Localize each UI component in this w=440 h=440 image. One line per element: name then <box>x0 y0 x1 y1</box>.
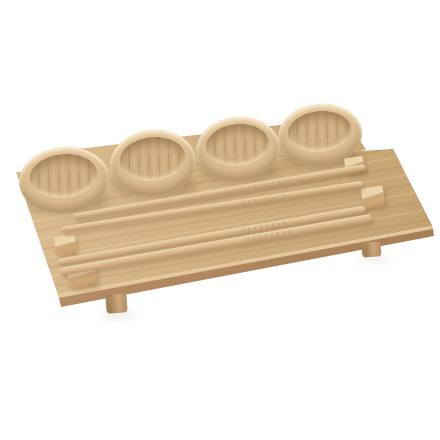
chopstick-rest-front-right <box>361 186 386 209</box>
product-photo <box>0 0 440 440</box>
dish-well <box>204 121 272 170</box>
dish-well <box>27 151 100 201</box>
floor-shadow-left <box>100 310 136 318</box>
dish-well <box>118 134 188 184</box>
floor-shadow-right <box>356 254 390 261</box>
cast-shadow-layer <box>0 0 440 440</box>
chopstick-rest-back-left <box>54 235 77 256</box>
dish-well <box>286 108 354 155</box>
